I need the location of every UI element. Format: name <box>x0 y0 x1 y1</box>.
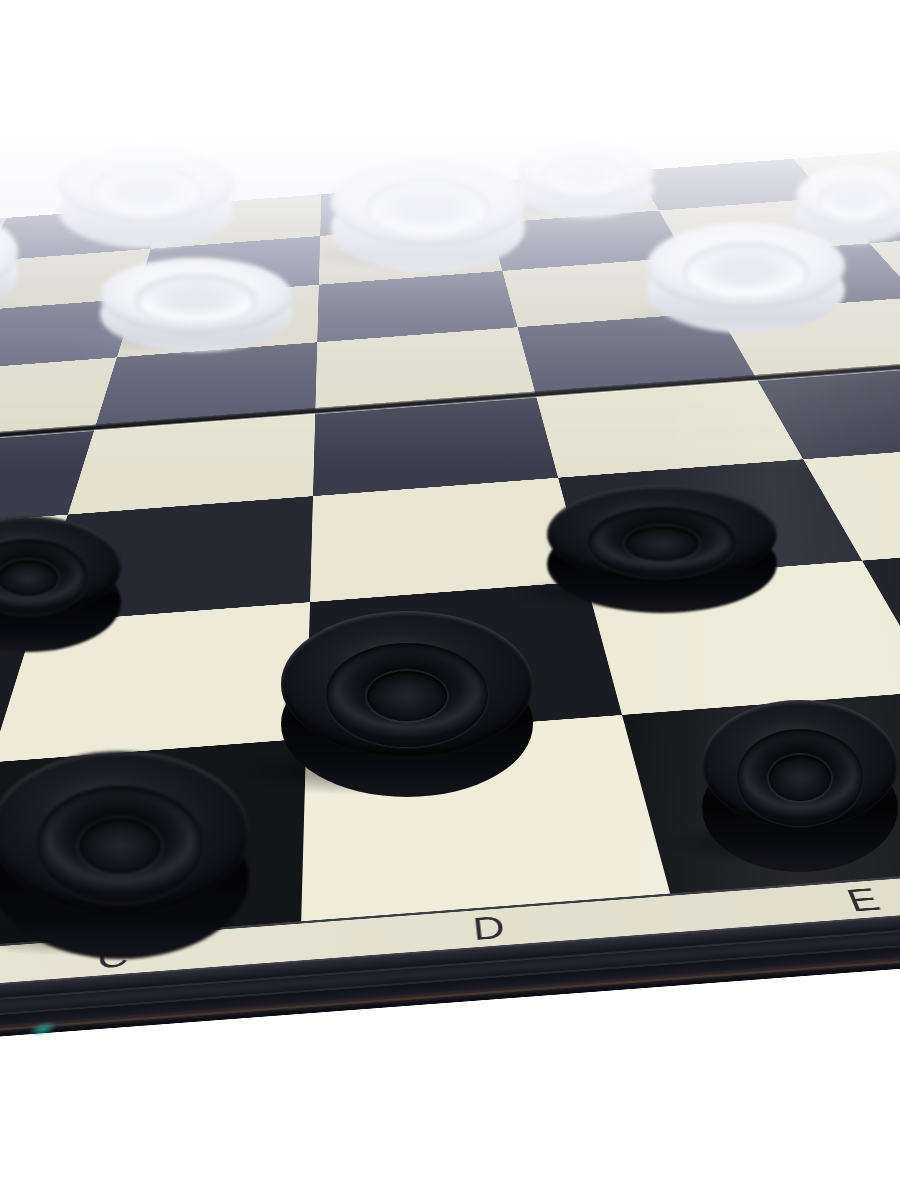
board-tilt-wrapper: ABCDEFGH <box>0 0 900 1200</box>
board-perspective: ABCDEFGH <box>0 0 900 1184</box>
photo-scene: ABCDEFGH ⛀⛀⛀⛀⛀⛀⛀⛂⛂⛂⛂⛂ <box>0 0 900 1200</box>
checkers-board: ABCDEFGH <box>0 135 900 1125</box>
